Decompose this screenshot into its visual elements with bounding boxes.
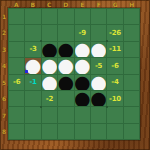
cell-h7[interactable]: [124, 107, 139, 122]
cell-g3[interactable]: -11: [107, 42, 122, 57]
white-disc: ●: [91, 42, 106, 57]
cell-f4[interactable]: -5: [91, 58, 106, 73]
col-label-e: E: [74, 0, 91, 8]
cell-f8[interactable]: [91, 124, 106, 139]
cell-f7[interactable]: [91, 107, 106, 122]
cell-f1[interactable]: [91, 9, 106, 24]
cell-a8[interactable]: [9, 124, 24, 139]
cell-h4[interactable]: [124, 58, 139, 73]
cell-g8[interactable]: [107, 124, 122, 139]
eval-label: -2: [46, 95, 53, 103]
cell-d5[interactable]: ●: [58, 75, 73, 90]
eval-label: -10: [109, 95, 121, 103]
cell-h1[interactable]: [124, 9, 139, 24]
cell-h5[interactable]: [124, 75, 139, 90]
cell-g4[interactable]: -6: [107, 58, 122, 73]
black-disc: ●: [42, 42, 57, 57]
cell-h8[interactable]: [124, 124, 139, 139]
cell-e3[interactable]: ●: [75, 42, 90, 57]
cell-c1[interactable]: [42, 9, 57, 24]
col-label-a: A: [8, 0, 25, 8]
cell-f3[interactable]: ●: [91, 42, 106, 57]
col-label-f: F: [91, 0, 108, 8]
cell-b8[interactable]: [25, 124, 40, 139]
cell-h2[interactable]: [124, 25, 139, 40]
cell-b7[interactable]: [25, 107, 40, 122]
row-label-5: 5: [0, 74, 8, 91]
cell-e8[interactable]: [75, 124, 90, 139]
col-label-d: D: [58, 0, 75, 8]
cell-d4[interactable]: ●: [58, 58, 73, 73]
col-label-c: C: [41, 0, 58, 8]
white-disc: ●: [75, 58, 90, 73]
cell-f2[interactable]: [91, 25, 106, 40]
othello-app-window: ABCDEFGH 12345678 -9-26-3●●●●-11●●●●-5-6…: [0, 0, 150, 150]
white-disc: ●: [91, 75, 106, 90]
row-label-2: 2: [0, 25, 8, 42]
row-label-7: 7: [0, 107, 8, 124]
cell-h6[interactable]: [124, 91, 139, 106]
cell-c2[interactable]: [42, 25, 57, 40]
col-label-b: B: [25, 0, 42, 8]
cell-f6[interactable]: ●: [91, 91, 106, 106]
cell-b2[interactable]: [25, 25, 40, 40]
eval-label: -4: [111, 78, 118, 86]
cell-f5[interactable]: ●: [91, 75, 106, 90]
cell-e1[interactable]: [75, 9, 90, 24]
cell-a4[interactable]: [9, 58, 24, 73]
eval-label: -6: [13, 78, 20, 86]
row-label-8: 8: [0, 124, 8, 141]
row-labels: 12345678: [0, 8, 8, 140]
eval-label: -9: [79, 29, 86, 37]
cell-a1[interactable]: [9, 9, 24, 24]
row-label-1: 1: [0, 8, 8, 25]
cell-d1[interactable]: [58, 9, 73, 24]
row-label-4: 4: [0, 58, 8, 75]
last-move-marker: [25, 70, 29, 74]
black-disc: ●: [58, 75, 73, 90]
cell-c4[interactable]: ●: [42, 58, 57, 73]
cell-d2[interactable]: [58, 25, 73, 40]
cell-e2[interactable]: -9: [75, 25, 90, 40]
black-disc: ●: [75, 91, 90, 106]
cell-g1[interactable]: [107, 9, 122, 24]
cell-a7[interactable]: [9, 107, 24, 122]
cell-g6[interactable]: -10: [107, 91, 122, 106]
black-disc: ●: [75, 75, 90, 90]
cell-c6[interactable]: -2: [42, 91, 57, 106]
cell-c5[interactable]: ●: [42, 75, 57, 90]
row-label-3: 3: [0, 41, 8, 58]
cell-g2[interactable]: -26: [107, 25, 122, 40]
cell-d7[interactable]: [58, 107, 73, 122]
cell-b6[interactable]: [25, 91, 40, 106]
cell-b5[interactable]: -1: [25, 75, 40, 90]
black-disc: ●: [58, 42, 73, 57]
star-dot-bottom-right: [106, 106, 108, 108]
cell-c3[interactable]: ●: [42, 42, 57, 57]
eval-label: -3: [29, 45, 36, 53]
column-labels: ABCDEFGH: [8, 0, 140, 8]
cell-a3[interactable]: [9, 42, 24, 57]
cell-e6[interactable]: ●: [75, 91, 90, 106]
row-label-6: 6: [0, 91, 8, 108]
white-disc: ●: [58, 58, 73, 73]
col-label-g: G: [107, 0, 124, 8]
eval-label: -11: [109, 45, 121, 53]
cell-b1[interactable]: [25, 9, 40, 24]
cell-e7[interactable]: [75, 107, 90, 122]
cell-b3[interactable]: -3: [25, 42, 40, 57]
cell-c8[interactable]: [42, 124, 57, 139]
best-move-eval: -1: [29, 78, 36, 86]
cell-d6[interactable]: [58, 91, 73, 106]
cell-a2[interactable]: [9, 25, 24, 40]
cell-e4[interactable]: ●: [75, 58, 90, 73]
eval-label: -5: [95, 62, 102, 70]
eval-label: -6: [111, 62, 118, 70]
cell-a5[interactable]: -6: [9, 75, 24, 90]
white-disc: ●: [42, 75, 57, 90]
cell-c7[interactable]: [42, 107, 57, 122]
col-label-h: H: [124, 0, 141, 8]
black-disc: ●: [91, 91, 106, 106]
eval-label: -26: [109, 29, 121, 37]
cell-g7[interactable]: [107, 107, 122, 122]
cell-h3[interactable]: [124, 42, 139, 57]
cell-a6[interactable]: [9, 91, 24, 106]
white-disc: ●: [75, 42, 90, 57]
white-disc: ●: [42, 58, 57, 73]
cell-d3[interactable]: ●: [58, 42, 73, 57]
othello-board: -9-26-3●●●●-11●●●●-5-6-6-1●●●●-4-2●●-10: [8, 8, 140, 140]
cell-g5[interactable]: -4: [107, 75, 122, 90]
cell-d8[interactable]: [58, 124, 73, 139]
cell-e5[interactable]: ●: [75, 75, 90, 90]
